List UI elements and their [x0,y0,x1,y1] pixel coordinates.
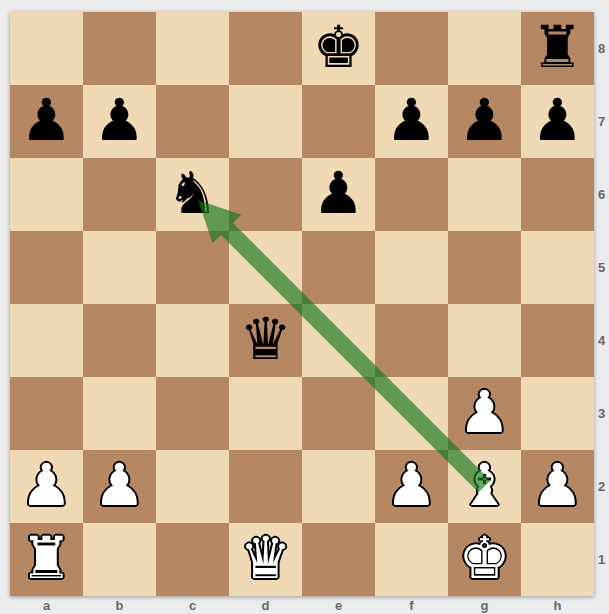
square-a8[interactable] [10,12,83,85]
square-f8[interactable] [375,12,448,85]
square-f4[interactable] [375,304,448,377]
square-a6[interactable] [10,158,83,231]
square-f5[interactable] [375,231,448,304]
square-b6[interactable] [83,158,156,231]
piece-black-rook[interactable]: ♜ [532,18,584,76]
rank-label-1: 1 [594,523,609,596]
square-c5[interactable] [156,231,229,304]
square-a2[interactable]: ♟ [10,450,83,523]
square-e7[interactable] [302,85,375,158]
square-f1[interactable] [375,523,448,596]
piece-black-king[interactable]: ♚ [313,18,365,76]
square-g4[interactable] [448,304,521,377]
square-h6[interactable] [521,158,594,231]
chess-board: ♚♜♟♟♟♟♟♞♟♛♟♟♟♟♝♟♜♛♚ [10,12,594,596]
file-label-e: e [302,596,375,614]
square-a7[interactable]: ♟ [10,85,83,158]
rank-label-8: 8 [594,12,609,85]
square-h3[interactable] [521,377,594,450]
file-label-b: b [83,596,156,614]
square-f3[interactable] [375,377,448,450]
square-h2[interactable]: ♟ [521,450,594,523]
square-c8[interactable] [156,12,229,85]
square-e6[interactable]: ♟ [302,158,375,231]
square-g6[interactable] [448,158,521,231]
square-f6[interactable] [375,158,448,231]
square-e3[interactable] [302,377,375,450]
square-d3[interactable] [229,377,302,450]
square-f2[interactable]: ♟ [375,450,448,523]
square-a5[interactable] [10,231,83,304]
piece-black-pawn[interactable]: ♟ [313,164,365,222]
piece-black-pawn[interactable]: ♟ [94,91,146,149]
square-a4[interactable] [10,304,83,377]
rank-label-3: 3 [594,377,609,450]
piece-white-pawn[interactable]: ♟ [459,383,511,441]
rank-labels: 87654321 [594,12,609,596]
rank-label-2: 2 [594,450,609,523]
piece-white-pawn[interactable]: ♟ [386,456,438,514]
file-label-h: h [521,596,594,614]
rank-label-5: 5 [594,231,609,304]
square-a1[interactable]: ♜ [10,523,83,596]
square-g5[interactable] [448,231,521,304]
piece-black-knight[interactable]: ♞ [167,164,219,222]
square-b2[interactable]: ♟ [83,450,156,523]
square-h4[interactable] [521,304,594,377]
square-b5[interactable] [83,231,156,304]
square-c3[interactable] [156,377,229,450]
piece-white-king[interactable]: ♚ [459,529,511,587]
file-label-a: a [10,596,83,614]
square-c6[interactable]: ♞ [156,158,229,231]
file-labels: abcdefgh [10,596,594,614]
square-d6[interactable] [229,158,302,231]
square-d7[interactable] [229,85,302,158]
square-h1[interactable] [521,523,594,596]
file-label-d: d [229,596,302,614]
piece-black-queen[interactable]: ♛ [240,310,292,368]
square-g7[interactable]: ♟ [448,85,521,158]
piece-white-queen[interactable]: ♛ [240,529,292,587]
piece-black-pawn[interactable]: ♟ [21,91,73,149]
square-d8[interactable] [229,12,302,85]
piece-black-pawn[interactable]: ♟ [532,91,584,149]
square-h7[interactable]: ♟ [521,85,594,158]
square-h5[interactable] [521,231,594,304]
square-b8[interactable] [83,12,156,85]
square-g1[interactable]: ♚ [448,523,521,596]
square-d5[interactable] [229,231,302,304]
square-c1[interactable] [156,523,229,596]
piece-black-pawn[interactable]: ♟ [386,91,438,149]
square-b7[interactable]: ♟ [83,85,156,158]
file-label-g: g [448,596,521,614]
piece-white-pawn[interactable]: ♟ [532,456,584,514]
square-e1[interactable] [302,523,375,596]
rank-label-7: 7 [594,85,609,158]
square-d1[interactable]: ♛ [229,523,302,596]
square-b4[interactable] [83,304,156,377]
piece-white-pawn[interactable]: ♟ [21,456,73,514]
piece-white-rook[interactable]: ♜ [21,529,73,587]
square-d2[interactable] [229,450,302,523]
square-e8[interactable]: ♚ [302,12,375,85]
file-label-f: f [375,596,448,614]
square-h8[interactable]: ♜ [521,12,594,85]
piece-white-bishop[interactable]: ♝ [459,456,511,514]
rank-label-6: 6 [594,158,609,231]
square-g8[interactable] [448,12,521,85]
square-e2[interactable] [302,450,375,523]
square-c2[interactable] [156,450,229,523]
square-a3[interactable] [10,377,83,450]
square-b1[interactable] [83,523,156,596]
file-label-c: c [156,596,229,614]
piece-white-pawn[interactable]: ♟ [94,456,146,514]
square-f7[interactable]: ♟ [375,85,448,158]
square-c7[interactable] [156,85,229,158]
square-e4[interactable] [302,304,375,377]
square-g3[interactable]: ♟ [448,377,521,450]
square-c4[interactable] [156,304,229,377]
square-e5[interactable] [302,231,375,304]
square-b3[interactable] [83,377,156,450]
rank-label-4: 4 [594,304,609,377]
square-g2[interactable]: ♝ [448,450,521,523]
piece-black-pawn[interactable]: ♟ [459,91,511,149]
square-d4[interactable]: ♛ [229,304,302,377]
